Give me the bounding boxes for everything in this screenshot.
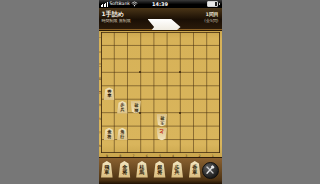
star-point: [139, 112, 141, 114]
hand-piece-銀将[interactable]: 銀将: [153, 161, 166, 178]
iphone-screen: SoftBank 14:39 1手詰め 時間制限 無制限 1問目 (全5問) 香…: [99, 0, 222, 184]
rank-label: 五: [99, 91, 102, 94]
time-limit-label: 時間制限 無制限: [102, 18, 131, 24]
rank-label: 一: [99, 37, 102, 40]
rank-label: 三: [99, 64, 102, 67]
hand-piece-香車[interactable]: 香車: [188, 161, 201, 178]
header-bar: 1手詰め 時間制限 無制限 1問目 (全5問): [99, 8, 222, 30]
clock: 14:39: [99, 0, 222, 8]
star-point: [179, 112, 181, 114]
settings-button[interactable]: [202, 162, 219, 179]
rank-label: 四: [99, 78, 102, 81]
mode-title: 1手詰め: [102, 10, 131, 18]
rank-label: 二: [99, 51, 102, 54]
rank-label: 九: [99, 145, 102, 148]
hand-piece-金将[interactable]: 金将: [118, 161, 131, 178]
status-bar: SoftBank 14:39: [99, 0, 222, 8]
rank-label: 七: [99, 118, 102, 121]
battery-icon: [207, 1, 218, 8]
hand-piece-桂馬[interactable]: 桂馬: [136, 161, 149, 178]
sente-hand: 飛車金将桂馬銀将歩兵香車: [101, 161, 202, 178]
hammer-wrench-icon: [205, 165, 215, 175]
problem-total: (全5問): [204, 18, 218, 24]
rank-label: 八: [99, 131, 102, 134]
captured-pieces-tray: 飛車金将桂馬銀将歩兵香車: [99, 157, 222, 184]
board-grid[interactable]: 香車歩兵銀将玉将金将角行と: [101, 32, 220, 153]
shogi-board[interactable]: 香車歩兵銀将玉将金将角行と 一二三四五六七八九 987654321: [99, 30, 222, 157]
hand-piece-飛車[interactable]: 飛車: [101, 161, 114, 178]
hand-piece-歩兵[interactable]: 歩兵: [171, 161, 184, 178]
rank-label: 六: [99, 104, 102, 107]
